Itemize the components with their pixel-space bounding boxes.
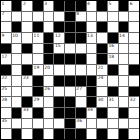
cell-r1c4[interactable] xyxy=(44,12,54,22)
cell-r10c2[interactable]: 33 xyxy=(22,108,32,118)
clue-number-36: 36 xyxy=(76,118,82,123)
cell-r1c11[interactable] xyxy=(119,12,129,22)
clue-number-33: 33 xyxy=(23,107,29,112)
cell-r12c0[interactable] xyxy=(1,129,11,139)
cell-r3c1[interactable]: 10 xyxy=(12,33,22,43)
cell-r8c4[interactable]: 26 xyxy=(44,87,54,97)
cell-r2c10[interactable] xyxy=(108,22,118,32)
cell-r1c2[interactable] xyxy=(22,12,32,22)
cell-r0c5 xyxy=(54,1,64,11)
cell-r7c0[interactable]: 22 xyxy=(1,76,11,86)
cell-r2c7 xyxy=(76,22,86,32)
cell-r5c3[interactable] xyxy=(33,54,43,64)
cell-r2c5 xyxy=(54,22,64,32)
cell-r6c0 xyxy=(1,65,11,75)
cell-r5c12[interactable] xyxy=(129,54,139,64)
cell-r10c5 xyxy=(54,108,64,118)
clue-number-2: 2 xyxy=(23,1,26,6)
cell-r7c7 xyxy=(76,76,86,86)
cell-r11c11[interactable] xyxy=(119,119,129,129)
cell-r4c5[interactable]: 15 xyxy=(54,44,64,54)
cell-r4c12[interactable] xyxy=(129,44,139,54)
clue-number-25: 25 xyxy=(2,86,8,91)
cell-r11c3[interactable] xyxy=(33,119,43,129)
cell-r11c9[interactable] xyxy=(97,119,107,129)
cell-r7c10[interactable] xyxy=(108,76,118,86)
cell-r2c11 xyxy=(119,22,129,32)
clue-number-31: 31 xyxy=(108,97,114,102)
cell-r7c12[interactable] xyxy=(129,76,139,86)
clue-number-28: 28 xyxy=(2,97,8,102)
cell-r11c8[interactable] xyxy=(87,119,97,129)
cell-r9c12[interactable]: 32 xyxy=(129,97,139,107)
cell-r8c11[interactable] xyxy=(119,87,129,97)
cell-r10c7 xyxy=(76,108,86,118)
cell-r11c2[interactable] xyxy=(22,119,32,129)
cell-r0c9 xyxy=(97,1,107,11)
cell-r11c1[interactable] xyxy=(12,119,22,129)
cell-r6c2 xyxy=(22,65,32,75)
cell-r4c1[interactable] xyxy=(12,44,22,54)
cell-r8c9[interactable] xyxy=(97,87,107,97)
clue-number-14: 14 xyxy=(119,33,125,38)
cell-r0c0[interactable]: 1 xyxy=(1,1,11,11)
cell-r5c2[interactable] xyxy=(22,54,32,64)
cell-r7c11[interactable] xyxy=(119,76,129,86)
cell-r3c0[interactable]: 9 xyxy=(1,33,11,43)
cell-r0c6 xyxy=(65,1,75,11)
cell-r3c8[interactable]: 13 xyxy=(87,33,97,43)
cell-r4c9 xyxy=(97,44,107,54)
clue-number-20: 20 xyxy=(44,65,50,70)
cell-r1c9[interactable] xyxy=(97,12,107,22)
cell-r10c11 xyxy=(119,108,129,118)
cell-r6c11[interactable] xyxy=(119,65,129,75)
cell-r2c6 xyxy=(65,22,75,32)
cell-r7c9[interactable]: 24 xyxy=(97,76,107,86)
cell-r2c0[interactable] xyxy=(1,22,11,32)
cell-r11c12[interactable] xyxy=(129,119,139,129)
cell-r10c6 xyxy=(65,108,75,118)
cell-r9c0[interactable]: 28 xyxy=(1,97,11,107)
clue-number-13: 13 xyxy=(87,33,93,38)
clue-number-1: 1 xyxy=(2,1,5,6)
cell-r5c11[interactable] xyxy=(119,54,129,64)
cell-r9c10[interactable]: 31 xyxy=(108,97,118,107)
cell-r8c5[interactable] xyxy=(54,87,64,97)
cell-r9c1[interactable] xyxy=(12,97,22,107)
cell-r3c12[interactable] xyxy=(129,33,139,43)
cell-r5c7 xyxy=(76,54,86,64)
cell-r11c10[interactable] xyxy=(108,119,118,129)
cell-r12c6 xyxy=(65,129,75,139)
cell-r2c3 xyxy=(33,22,43,32)
cell-r7c8 xyxy=(87,76,97,86)
cell-r1c12[interactable] xyxy=(129,12,139,22)
cell-r4c0 xyxy=(1,44,11,54)
cell-r4c7[interactable] xyxy=(76,44,86,54)
cell-r4c6[interactable] xyxy=(65,44,75,54)
cell-r4c10[interactable]: 16 xyxy=(108,44,118,54)
cell-r2c12[interactable] xyxy=(129,22,139,32)
clue-number-7: 7 xyxy=(2,11,5,16)
clue-number-26: 26 xyxy=(44,86,50,91)
cell-r5c6 xyxy=(65,54,75,64)
clue-number-23: 23 xyxy=(23,75,29,80)
cell-r10c0[interactable] xyxy=(1,108,11,118)
cell-r11c6 xyxy=(65,119,75,129)
cell-r3c9[interactable] xyxy=(97,33,107,43)
clue-number-30: 30 xyxy=(98,97,104,102)
cell-r1c5[interactable] xyxy=(54,12,64,22)
cell-r9c4[interactable] xyxy=(44,97,54,107)
clue-number-8: 8 xyxy=(76,11,79,16)
cell-r6c7[interactable] xyxy=(76,65,86,75)
cell-r4c2 xyxy=(22,44,32,54)
cell-r0c8[interactable]: 4 xyxy=(87,1,97,11)
clue-number-6: 6 xyxy=(130,1,133,6)
cell-r12c3 xyxy=(33,129,43,139)
clue-number-34: 34 xyxy=(87,107,93,112)
cell-r3c10 xyxy=(108,33,118,43)
cell-r12c2[interactable] xyxy=(22,129,32,139)
cell-r0c2[interactable]: 2 xyxy=(22,1,32,11)
cell-r1c0[interactable]: 7 xyxy=(1,12,11,22)
cell-r8c3 xyxy=(33,87,43,97)
cell-r12c12[interactable] xyxy=(129,129,139,139)
clue-number-16: 16 xyxy=(108,43,114,48)
clue-number-11: 11 xyxy=(34,33,40,38)
cell-r12c1 xyxy=(12,129,22,139)
cell-r1c3[interactable] xyxy=(33,12,43,22)
cell-r9c3[interactable]: 29 xyxy=(33,97,43,107)
cell-r0c1 xyxy=(12,1,22,11)
cell-r8c7[interactable]: 27 xyxy=(76,87,86,97)
cell-r10c1 xyxy=(12,108,22,118)
cell-r0c3 xyxy=(33,1,43,11)
cell-r4c11[interactable] xyxy=(119,44,129,54)
cell-r8c6[interactable] xyxy=(65,87,75,97)
clue-number-35: 35 xyxy=(2,118,8,123)
cell-r11c7[interactable]: 36 xyxy=(76,119,86,129)
cell-r3c6 xyxy=(65,33,75,43)
cell-r1c6 xyxy=(65,12,75,22)
cell-r3c11[interactable]: 14 xyxy=(119,33,129,43)
cell-r9c2 xyxy=(22,97,32,107)
cell-r6c4[interactable]: 20 xyxy=(44,65,54,75)
cell-r8c1[interactable] xyxy=(12,87,22,97)
cell-r8c12 xyxy=(129,87,139,97)
clue-number-27: 27 xyxy=(76,86,82,91)
cell-r7c1[interactable] xyxy=(12,76,22,86)
cell-r5c5 xyxy=(54,54,64,64)
cell-r2c1 xyxy=(12,22,22,32)
cell-r9c6 xyxy=(65,97,75,107)
cell-r6c1[interactable] xyxy=(12,65,22,75)
cell-r6c12 xyxy=(129,65,139,75)
cell-r0c7 xyxy=(76,1,86,11)
cell-r6c9[interactable]: 21 xyxy=(97,65,107,75)
cell-r0c12[interactable]: 6 xyxy=(129,1,139,11)
cell-r10c9 xyxy=(97,108,107,118)
cell-r6c10 xyxy=(108,65,118,75)
cell-r9c9[interactable]: 30 xyxy=(97,97,107,107)
cell-r5c1[interactable] xyxy=(12,54,22,64)
cell-r7c5 xyxy=(54,76,64,86)
cell-r9c5 xyxy=(54,97,64,107)
cell-r1c1[interactable] xyxy=(12,12,22,22)
clue-number-9: 9 xyxy=(2,33,5,38)
cell-r6c3[interactable]: 19 xyxy=(33,65,43,75)
cell-r2c8[interactable] xyxy=(87,22,97,32)
cell-r10c12[interactable] xyxy=(129,108,139,118)
clue-number-21: 21 xyxy=(98,65,104,70)
cell-r3c3[interactable]: 11 xyxy=(33,33,43,43)
cell-r9c8 xyxy=(87,97,97,107)
cell-r9c7[interactable] xyxy=(76,97,86,107)
cell-r9c11[interactable] xyxy=(119,97,129,107)
cell-r3c2[interactable] xyxy=(22,33,32,43)
cell-r6c5[interactable] xyxy=(54,65,64,75)
clue-number-22: 22 xyxy=(2,75,8,80)
clue-number-3: 3 xyxy=(44,1,47,6)
cell-r4c8[interactable] xyxy=(87,44,97,54)
cell-r12c7 xyxy=(76,129,86,139)
cell-r5c4 xyxy=(44,54,54,64)
cell-r0c4[interactable]: 3 xyxy=(44,1,54,11)
cell-r2c2[interactable] xyxy=(22,22,32,32)
cell-r0c10[interactable]: 5 xyxy=(108,1,118,11)
cell-r12c5 xyxy=(54,129,64,139)
cell-r8c8 xyxy=(87,87,97,97)
cell-r6c6[interactable] xyxy=(65,65,75,75)
cell-r1c10[interactable] xyxy=(108,12,118,22)
cell-r10c3 xyxy=(33,108,43,118)
cell-r12c11 xyxy=(119,129,129,139)
cell-r12c4[interactable] xyxy=(44,129,54,139)
cell-r1c7[interactable]: 8 xyxy=(76,12,86,22)
cell-r8c10 xyxy=(108,87,118,97)
clue-number-5: 5 xyxy=(108,1,111,6)
clue-number-29: 29 xyxy=(34,97,40,102)
clue-number-15: 15 xyxy=(55,43,61,48)
clue-number-12: 12 xyxy=(55,33,61,38)
cell-r2c4[interactable] xyxy=(44,22,54,32)
cell-r6c8[interactable] xyxy=(87,65,97,75)
cell-r12c9 xyxy=(97,129,107,139)
crossword-grid: 1234567891011121314151617181920212223242… xyxy=(1,1,139,139)
cell-r3c5[interactable]: 12 xyxy=(54,33,64,43)
cell-r8c0[interactable]: 25 xyxy=(1,87,11,97)
cell-r10c10[interactable] xyxy=(108,108,118,118)
cell-r1c8[interactable] xyxy=(87,12,97,22)
cell-r5c0[interactable]: 17 xyxy=(1,54,11,64)
cell-r7c4[interactable] xyxy=(44,76,54,86)
clue-number-18: 18 xyxy=(108,54,114,59)
clue-number-4: 4 xyxy=(87,1,90,6)
cell-r0c11 xyxy=(119,1,129,11)
cell-r4c3[interactable] xyxy=(33,44,43,54)
cell-r11c0[interactable]: 35 xyxy=(1,119,11,129)
cell-r3c7 xyxy=(76,33,86,43)
cell-r11c5[interactable] xyxy=(54,119,64,129)
crossword-board: 1234567891011121314151617181920212223242… xyxy=(0,0,140,140)
cell-r8c2[interactable] xyxy=(22,87,32,97)
cell-r11c4[interactable] xyxy=(44,119,54,129)
cell-r10c4[interactable] xyxy=(44,108,54,118)
cell-r12c10[interactable] xyxy=(108,129,118,139)
cell-r2c9 xyxy=(97,22,107,32)
cell-r7c3 xyxy=(33,76,43,86)
clue-number-24: 24 xyxy=(98,75,104,80)
cell-r7c2[interactable]: 23 xyxy=(22,76,32,86)
cell-r10c8[interactable]: 34 xyxy=(87,108,97,118)
cell-r4c4 xyxy=(44,44,54,54)
clue-number-32: 32 xyxy=(130,97,136,102)
cell-r12c8[interactable] xyxy=(87,129,97,139)
clue-number-10: 10 xyxy=(12,33,18,38)
cell-r5c9 xyxy=(97,54,107,64)
clue-number-17: 17 xyxy=(2,54,8,59)
cell-r7c6 xyxy=(65,76,75,86)
cell-r3c4 xyxy=(44,33,54,43)
cell-r5c10[interactable]: 18 xyxy=(108,54,118,64)
cell-r5c8[interactable] xyxy=(87,54,97,64)
clue-number-19: 19 xyxy=(34,65,40,70)
